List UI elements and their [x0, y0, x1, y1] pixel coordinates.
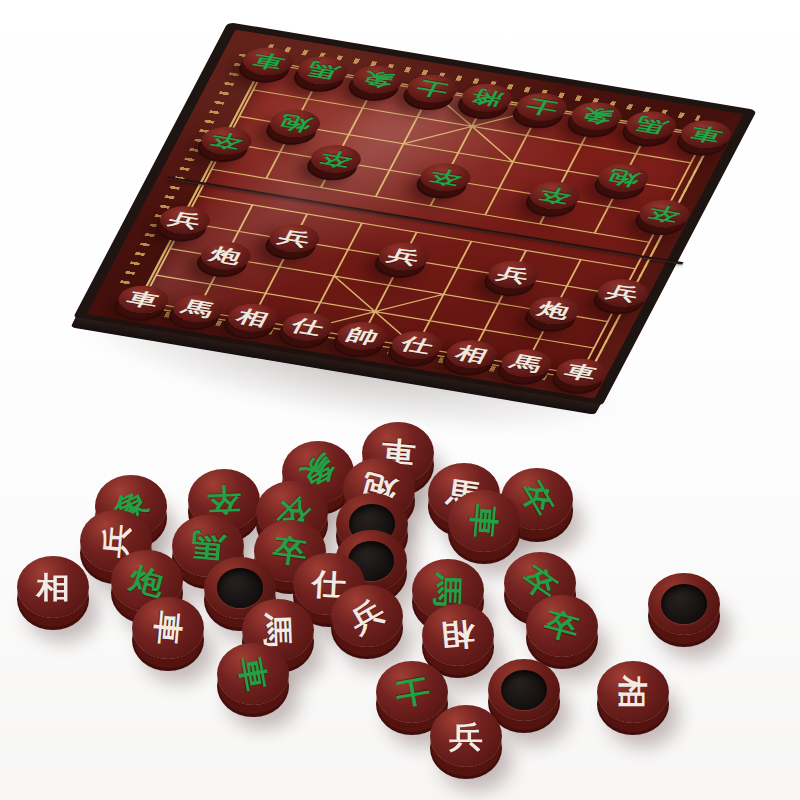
- piece-character: 相: [36, 572, 70, 602]
- piece-character: 卒: [426, 167, 464, 188]
- board-piece-red-兵[interactable]: 兵: [592, 276, 654, 310]
- piece-character: 車: [235, 655, 270, 694]
- piece-character: 卒: [317, 148, 355, 169]
- piece-character: 炮: [276, 113, 314, 134]
- loose-piece-green-士[interactable]: 士: [376, 661, 448, 723]
- piece-character: 兵: [494, 264, 532, 285]
- piece-character: 兵: [166, 209, 204, 230]
- piece-character: 象: [577, 105, 615, 126]
- board-piece-red-兵[interactable]: 兵: [264, 221, 326, 255]
- piece-character: 炮: [207, 245, 245, 266]
- piece-character: 馬: [632, 115, 670, 136]
- piece-character: 相: [234, 307, 272, 328]
- piece-character: 相: [618, 675, 648, 709]
- piece-character: 仕: [398, 334, 436, 355]
- board-piece-green-卒[interactable]: 卒: [305, 142, 367, 176]
- board-piece-red-炮[interactable]: 炮: [195, 238, 257, 272]
- loose-piece-red-兵[interactable]: 兵: [430, 705, 502, 767]
- piece-character: 馬: [432, 572, 463, 607]
- board-piece-red-兵[interactable]: 兵: [373, 239, 435, 273]
- loose-piece-green-卒[interactable]: 卒: [526, 595, 598, 657]
- piece-character: 兵: [385, 246, 423, 267]
- board-piece-red-車[interactable]: 車: [550, 355, 612, 389]
- board-piece-green-卒[interactable]: 卒: [524, 178, 586, 212]
- piece-character: 馬: [179, 298, 217, 319]
- piece-character: 卒: [645, 203, 683, 224]
- piece-character: 車: [249, 51, 287, 72]
- piece-character: 帥: [343, 325, 381, 346]
- magnet-felt-bottom: [501, 670, 547, 710]
- loose-piece-red-車[interactable]: 車: [132, 597, 204, 659]
- piece-character: 相: [440, 619, 476, 652]
- board-piece-green-炮[interactable]: 炮: [264, 106, 326, 140]
- loose-piece-green-車[interactable]: 車: [217, 643, 289, 705]
- piece-character: 士: [393, 674, 432, 709]
- piece-character: 炮: [535, 300, 573, 321]
- piece-character: 馬: [190, 530, 226, 563]
- piece-character: 兵: [345, 595, 389, 638]
- loose-piece-face-down[interactable]: [488, 659, 560, 721]
- board-pieces-layer: 車馬象士將士象馬車炮炮卒卒卒卒卒兵兵兵兵兵炮炮車馬相仕帥仕相馬車: [142, 63, 705, 374]
- piece-character: 車: [687, 124, 725, 145]
- piece-character: 卒: [207, 130, 245, 151]
- board-piece-red-炮[interactable]: 炮: [523, 293, 585, 327]
- piece-character: 馬: [507, 353, 545, 374]
- loose-piece-red-相[interactable]: 相: [17, 556, 89, 618]
- piece-character: 仕: [288, 316, 326, 337]
- piece-character: 車: [124, 289, 162, 310]
- piece-character: 炮: [604, 167, 642, 188]
- loose-piece-red-兵[interactable]: 兵: [331, 585, 403, 647]
- piece-character: 兵: [449, 721, 483, 751]
- piece-character: 兵: [275, 228, 313, 249]
- piece-character: 卒: [536, 185, 574, 206]
- piece-character: 卒: [206, 484, 241, 515]
- piece-character: 兵: [604, 282, 642, 303]
- piece-character: 士: [523, 96, 561, 117]
- magnet-felt-bottom: [661, 584, 707, 624]
- piece-character: 相: [453, 344, 491, 365]
- piece-character: 炮: [127, 562, 168, 600]
- piece-character: 士: [413, 78, 451, 99]
- loose-piece-green-車[interactable]: 車: [448, 490, 520, 552]
- piece-character: 馬: [304, 60, 342, 81]
- board-piece-green-卒[interactable]: 卒: [633, 196, 695, 230]
- piece-character: 象: [358, 69, 396, 90]
- piece-character: 將: [468, 87, 506, 108]
- product-photo-xiangqi: { "game": "xiangqi", "scene": "magnetic …: [0, 0, 800, 800]
- piece-character: 卒: [542, 607, 583, 645]
- piece-character: 車: [152, 610, 185, 646]
- loose-piece-face-down[interactable]: [648, 573, 720, 635]
- magnet-felt-bottom: [217, 568, 263, 608]
- board-piece-green-車[interactable]: 車: [675, 117, 737, 151]
- piece-character: 車: [468, 503, 501, 539]
- loose-piece-red-相[interactable]: 相: [597, 661, 669, 723]
- board-piece-red-兵[interactable]: 兵: [482, 258, 544, 292]
- loose-piece-red-相[interactable]: 相: [422, 604, 494, 666]
- piece-character: 車: [562, 362, 600, 383]
- board-piece-green-卒[interactable]: 卒: [415, 160, 477, 194]
- board-piece-green-炮[interactable]: 炮: [593, 161, 655, 195]
- piece-character: 馬: [262, 612, 293, 647]
- piece-character: 卒: [516, 477, 559, 521]
